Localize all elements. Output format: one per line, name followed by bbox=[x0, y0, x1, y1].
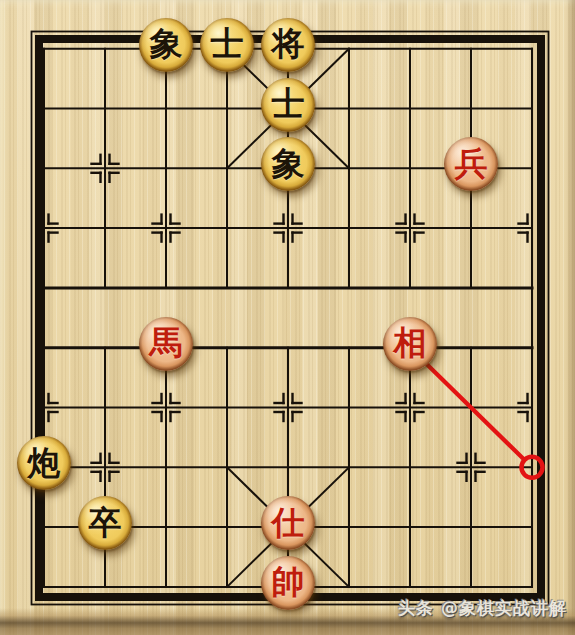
general-glyph: 将 bbox=[272, 27, 305, 60]
piece-red-advisor[interactable]: 仕 bbox=[261, 496, 315, 550]
piece-red-soldier[interactable]: 兵 bbox=[444, 137, 498, 191]
xiangqi-board[interactable]: 象士将士象兵馬相炮卒仕帥 头条 @象棋实战讲解 bbox=[0, 0, 575, 635]
soldier-glyph: 卒 bbox=[89, 506, 122, 539]
cannon-glyph: 炮 bbox=[28, 446, 61, 479]
elephant-glyph: 象 bbox=[150, 27, 183, 60]
piece-black-advisor[interactable]: 士 bbox=[200, 18, 254, 72]
piece-red-horse[interactable]: 馬 bbox=[139, 317, 193, 371]
piece-black-elephant[interactable]: 象 bbox=[139, 18, 193, 72]
piece-black-soldier[interactable]: 卒 bbox=[78, 496, 132, 550]
piece-black-general[interactable]: 将 bbox=[261, 18, 315, 72]
watermark-text: 头条 @象棋实战讲解 bbox=[147, 597, 567, 620]
piece-black-cannon[interactable]: 炮 bbox=[17, 436, 71, 490]
elephant-glyph: 象 bbox=[272, 147, 305, 180]
horse-glyph: 馬 bbox=[150, 326, 183, 359]
advisor-glyph: 士 bbox=[272, 87, 305, 120]
elephant-glyph: 相 bbox=[394, 326, 427, 359]
advisor-glyph: 士 bbox=[211, 27, 244, 60]
piece-red-elephant[interactable]: 相 bbox=[383, 317, 437, 371]
piece-black-elephant[interactable]: 象 bbox=[261, 137, 315, 191]
piece-black-advisor[interactable]: 士 bbox=[261, 78, 315, 132]
soldier-glyph: 兵 bbox=[455, 147, 488, 180]
advisor-glyph: 仕 bbox=[272, 506, 305, 539]
general-glyph: 帥 bbox=[272, 565, 305, 598]
